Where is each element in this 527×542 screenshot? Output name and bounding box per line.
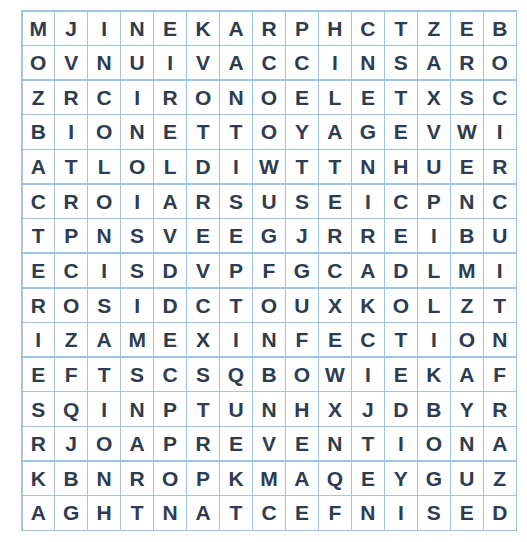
cell-r1c7[interactable]: A [220,12,251,45]
cell-r14c13[interactable]: G [418,462,449,495]
cell-r7c7[interactable]: E [220,219,251,252]
cell-r7c10[interactable]: R [319,219,350,252]
cell-r13c7[interactable]: E [220,427,251,460]
cell-r4c9[interactable]: Y [286,115,317,148]
cell-r6c10[interactable]: E [319,185,350,218]
word-search-grid: MJINEKARPHCTZEBOVNUIVACCINSAROZRCIRONOEL… [21,10,517,531]
cell-r2c6[interactable]: V [187,46,218,79]
cell-r12c14[interactable]: Y [451,392,482,425]
cell-r9c3[interactable]: S [88,289,119,322]
cell-r5c7[interactable]: I [220,150,251,183]
cell-r15c12[interactable]: I [385,496,416,529]
cell-r1c8[interactable]: R [253,12,284,45]
cell-r10c15[interactable]: N [484,323,515,356]
cell-r3c5[interactable]: R [154,81,185,114]
cell-r10c7[interactable]: I [220,323,251,356]
cell-r10c6[interactable]: X [187,323,218,356]
cell-r6c7[interactable]: S [220,185,251,218]
cell-r1c1[interactable]: M [23,12,54,45]
cell-r10c9[interactable]: F [286,323,317,356]
cell-r15c14[interactable]: E [451,496,482,529]
cell-r3c7[interactable]: N [220,81,251,114]
cell-r10c5[interactable]: E [154,323,185,356]
cell-r12c15[interactable]: R [484,392,515,425]
cell-r5c1[interactable]: A [23,150,54,183]
cell-r15c3[interactable]: H [88,496,119,529]
cell-r9c6[interactable]: C [187,289,218,322]
cell-r11c3[interactable]: T [88,358,119,391]
cell-r2c14[interactable]: R [451,46,482,79]
cell-r11c6[interactable]: S [187,358,218,391]
cell-r14c5[interactable]: O [154,462,185,495]
cell-r13c10[interactable]: N [319,427,350,460]
cell-r4c5[interactable]: E [154,115,185,148]
cell-r13c14[interactable]: N [451,427,482,460]
cell-r9c12[interactable]: O [385,289,416,322]
cell-r14c9[interactable]: A [286,462,317,495]
cell-r10c11[interactable]: C [352,323,383,356]
cell-r6c12[interactable]: C [385,185,416,218]
cell-r9c11[interactable]: K [352,289,383,322]
cell-r11c14[interactable]: A [451,358,482,391]
cell-r9c15[interactable]: T [484,289,515,322]
cell-r11c5[interactable]: C [154,358,185,391]
cell-r2c2[interactable]: V [55,46,86,79]
cell-r2c12[interactable]: S [385,46,416,79]
cell-r1c3[interactable]: I [88,12,119,45]
cell-r12c7[interactable]: U [220,392,251,425]
cell-r11c9[interactable]: O [286,358,317,391]
cell-r6c11[interactable]: I [352,185,383,218]
cell-r14c6[interactable]: P [187,462,218,495]
cell-r10c1[interactable]: I [23,323,54,356]
cell-r14c14[interactable]: U [451,462,482,495]
cell-r13c9[interactable]: E [286,427,317,460]
cell-r7c1[interactable]: T [23,219,54,252]
cell-r9c9[interactable]: U [286,289,317,322]
cell-r7c5[interactable]: V [154,219,185,252]
cell-r13c12[interactable]: I [385,427,416,460]
cell-r5c8[interactable]: W [253,150,284,183]
cell-r12c2[interactable]: Q [55,392,86,425]
cell-r2c11[interactable]: N [352,46,383,79]
cell-r6c6[interactable]: R [187,185,218,218]
cell-r15c4[interactable]: T [121,496,152,529]
cell-r6c9[interactable]: S [286,185,317,218]
cell-r13c3[interactable]: O [88,427,119,460]
cell-r4c12[interactable]: E [385,115,416,148]
cell-r10c8[interactable]: N [253,323,284,356]
cell-r5c15[interactable]: R [484,150,515,183]
cell-r12c8[interactable]: N [253,392,284,425]
cell-r14c11[interactable]: E [352,462,383,495]
cell-r11c11[interactable]: I [352,358,383,391]
cell-r1c6[interactable]: K [187,12,218,45]
cell-r9c8[interactable]: O [253,289,284,322]
cell-r4c13[interactable]: V [418,115,449,148]
cell-r3c12[interactable]: T [385,81,416,114]
cell-r9c13[interactable]: L [418,289,449,322]
cell-r15c6[interactable]: A [187,496,218,529]
cell-r5c4[interactable]: O [121,150,152,183]
cell-r14c8[interactable]: M [253,462,284,495]
cell-r4c7[interactable]: T [220,115,251,148]
cell-r10c12[interactable]: T [385,323,416,356]
cell-r13c5[interactable]: P [154,427,185,460]
cell-r1c10[interactable]: H [319,12,350,45]
cell-r8c15[interactable]: I [484,254,515,287]
cell-r3c8[interactable]: O [253,81,284,114]
cell-r12c11[interactable]: J [352,392,383,425]
cell-r12c1[interactable]: S [23,392,54,425]
cell-r10c14[interactable]: O [451,323,482,356]
cell-r1c4[interactable]: N [121,12,152,45]
cell-r4c4[interactable]: N [121,115,152,148]
cell-r1c2[interactable]: J [55,12,86,45]
cell-r5c13[interactable]: U [418,150,449,183]
cell-r6c8[interactable]: U [253,185,284,218]
cell-r4c8[interactable]: O [253,115,284,148]
cell-r12c5[interactable]: P [154,392,185,425]
cell-r11c8[interactable]: B [253,358,284,391]
cell-r1c12[interactable]: T [385,12,416,45]
cell-r7c4[interactable]: S [121,219,152,252]
cell-r7c3[interactable]: N [88,219,119,252]
cell-r2c1[interactable]: O [23,46,54,79]
cell-r7c12[interactable]: E [385,219,416,252]
cell-r8c6[interactable]: V [187,254,218,287]
cell-r10c10[interactable]: E [319,323,350,356]
cell-r11c2[interactable]: F [55,358,86,391]
cell-r10c13[interactable]: I [418,323,449,356]
cell-r2c9[interactable]: C [286,46,317,79]
cell-r8c10[interactable]: C [319,254,350,287]
cell-r12c13[interactable]: B [418,392,449,425]
cell-r13c11[interactable]: T [352,427,383,460]
cell-r15c2[interactable]: G [55,496,86,529]
cell-r14c3[interactable]: N [88,462,119,495]
cell-r10c4[interactable]: M [121,323,152,356]
cell-r2c4[interactable]: U [121,46,152,79]
cell-r8c11[interactable]: A [352,254,383,287]
cell-r11c15[interactable]: F [484,358,515,391]
cell-r3c11[interactable]: E [352,81,383,114]
cell-r6c2[interactable]: R [55,185,86,218]
cell-r5c12[interactable]: H [385,150,416,183]
word-search-page: MJINEKARPHCTZEBOVNUIVACCINSAROZRCIRONOEL… [0,0,527,542]
cell-r12c9[interactable]: H [286,392,317,425]
cell-r13c4[interactable]: A [121,427,152,460]
cell-r8c4[interactable]: S [121,254,152,287]
cell-r14c1[interactable]: K [23,462,54,495]
cell-r2c5[interactable]: I [154,46,185,79]
cell-r13c6[interactable]: R [187,427,218,460]
cell-r6c15[interactable]: C [484,185,515,218]
cell-r6c3[interactable]: O [88,185,119,218]
cell-r7c15[interactable]: U [484,219,515,252]
cell-r4c3[interactable]: O [88,115,119,148]
cell-r5c11[interactable]: N [352,150,383,183]
cell-r13c13[interactable]: O [418,427,449,460]
cell-r5c9[interactable]: T [286,150,317,183]
cell-r6c1[interactable]: C [23,185,54,218]
cell-r13c1[interactable]: R [23,427,54,460]
cell-r4c10[interactable]: A [319,115,350,148]
cell-r3c3[interactable]: C [88,81,119,114]
cell-r10c3[interactable]: A [88,323,119,356]
cell-r3c15[interactable]: C [484,81,515,114]
cell-r9c5[interactable]: D [154,289,185,322]
cell-r5c10[interactable]: T [319,150,350,183]
cell-r5c2[interactable]: T [55,150,86,183]
cell-r2c3[interactable]: N [88,46,119,79]
cell-r7c13[interactable]: I [418,219,449,252]
cell-r14c12[interactable]: Y [385,462,416,495]
cell-r11c1[interactable]: E [23,358,54,391]
cell-r2c15[interactable]: O [484,46,515,79]
cell-r9c1[interactable]: R [23,289,54,322]
cell-r12c6[interactable]: T [187,392,218,425]
cell-r5c5[interactable]: L [154,150,185,183]
cell-r1c14[interactable]: E [451,12,482,45]
cell-r11c4[interactable]: S [121,358,152,391]
cell-r4c14[interactable]: W [451,115,482,148]
cell-r4c15[interactable]: I [484,115,515,148]
cell-r7c14[interactable]: B [451,219,482,252]
cell-r6c13[interactable]: P [418,185,449,218]
cell-r15c13[interactable]: S [418,496,449,529]
cell-r7c11[interactable]: R [352,219,383,252]
cell-r15c10[interactable]: F [319,496,350,529]
cell-r8c14[interactable]: M [451,254,482,287]
cell-r5c3[interactable]: L [88,150,119,183]
cell-r14c10[interactable]: Q [319,462,350,495]
cell-r13c8[interactable]: V [253,427,284,460]
cell-r3c1[interactable]: Z [23,81,54,114]
cell-r1c9[interactable]: P [286,12,317,45]
cell-r2c8[interactable]: C [253,46,284,79]
cell-r14c7[interactable]: K [220,462,251,495]
cell-r8c2[interactable]: C [55,254,86,287]
cell-r13c15[interactable]: A [484,427,515,460]
cell-r7c8[interactable]: G [253,219,284,252]
cell-r2c7[interactable]: A [220,46,251,79]
cell-r15c7[interactable]: T [220,496,251,529]
cell-r15c15[interactable]: D [484,496,515,529]
cell-r1c5[interactable]: E [154,12,185,45]
cell-r1c11[interactable]: C [352,12,383,45]
cell-r8c13[interactable]: L [418,254,449,287]
cell-r1c15[interactable]: B [484,12,515,45]
cell-r5c6[interactable]: D [187,150,218,183]
cell-r3c10[interactable]: L [319,81,350,114]
cell-r11c13[interactable]: K [418,358,449,391]
cell-r6c14[interactable]: N [451,185,482,218]
cell-r8c9[interactable]: G [286,254,317,287]
cell-r15c11[interactable]: N [352,496,383,529]
cell-r9c4[interactable]: I [121,289,152,322]
cell-r9c2[interactable]: O [55,289,86,322]
cell-r12c4[interactable]: N [121,392,152,425]
cell-r15c1[interactable]: A [23,496,54,529]
cell-r15c5[interactable]: N [154,496,185,529]
cell-r8c1[interactable]: E [23,254,54,287]
cell-r4c2[interactable]: I [55,115,86,148]
cell-r2c13[interactable]: A [418,46,449,79]
cell-r1c13[interactable]: Z [418,12,449,45]
cell-r6c5[interactable]: A [154,185,185,218]
cell-r3c6[interactable]: O [187,81,218,114]
cell-r11c10[interactable]: W [319,358,350,391]
cell-r14c2[interactable]: B [55,462,86,495]
cell-r11c7[interactable]: Q [220,358,251,391]
cell-r5c14[interactable]: E [451,150,482,183]
cell-r6c4[interactable]: I [121,185,152,218]
cell-r4c1[interactable]: B [23,115,54,148]
cell-r12c12[interactable]: D [385,392,416,425]
cell-r4c6[interactable]: T [187,115,218,148]
cell-r3c4[interactable]: I [121,81,152,114]
cell-r15c9[interactable]: E [286,496,317,529]
cell-r2c10[interactable]: I [319,46,350,79]
cell-r3c13[interactable]: X [418,81,449,114]
cell-r13c2[interactable]: J [55,427,86,460]
cell-r3c2[interactable]: R [55,81,86,114]
cell-r8c7[interactable]: P [220,254,251,287]
cell-r8c3[interactable]: I [88,254,119,287]
cell-r7c2[interactable]: P [55,219,86,252]
cell-r7c9[interactable]: J [286,219,317,252]
cell-r15c8[interactable]: C [253,496,284,529]
cell-r12c10[interactable]: X [319,392,350,425]
cell-r9c14[interactable]: Z [451,289,482,322]
cell-r9c10[interactable]: X [319,289,350,322]
cell-r9c7[interactable]: T [220,289,251,322]
cell-r11c12[interactable]: E [385,358,416,391]
cell-r3c14[interactable]: S [451,81,482,114]
cell-r8c5[interactable]: D [154,254,185,287]
cell-r12c3[interactable]: I [88,392,119,425]
cell-r14c15[interactable]: Z [484,462,515,495]
cell-r8c12[interactable]: D [385,254,416,287]
cell-r4c11[interactable]: G [352,115,383,148]
cell-r3c9[interactable]: E [286,81,317,114]
cell-r7c6[interactable]: E [187,219,218,252]
cell-r10c2[interactable]: Z [55,323,86,356]
cell-r14c4[interactable]: R [121,462,152,495]
cell-r8c8[interactable]: F [253,254,284,287]
